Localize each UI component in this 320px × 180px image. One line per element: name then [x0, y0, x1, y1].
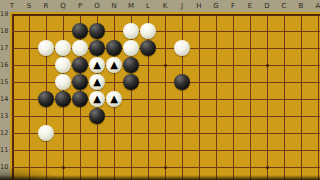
stone-white-triangle-O15[interactable]: ▲ [89, 74, 105, 90]
stone-white-P17[interactable] [72, 40, 88, 56]
star-point-K10 [164, 166, 167, 169]
stone-black-P14[interactable] [72, 91, 88, 107]
row-label-19: 19 [0, 10, 10, 18]
stone-black-M15[interactable] [123, 74, 139, 90]
triangle-mark: ▲ [93, 74, 101, 90]
grid-line-col-H [199, 14, 200, 180]
go-app-screenshot: ▲▲▲▲▲ TSRQPONMLKJHGFEDCBA 19181716151413… [0, 0, 320, 180]
stone-black-P16[interactable] [72, 57, 88, 73]
star-point-D16 [266, 64, 269, 67]
stone-white-triangle-N16[interactable]: ▲ [106, 57, 122, 73]
stone-white-L18[interactable] [140, 23, 156, 39]
column-label-O: O [94, 2, 100, 10]
grid-line-row-12 [12, 133, 320, 134]
column-label-L: L [146, 2, 150, 10]
column-label-N: N [111, 2, 116, 10]
stone-white-Q17[interactable] [55, 40, 71, 56]
stone-black-O17[interactable] [89, 40, 105, 56]
row-label-12: 12 [0, 129, 10, 137]
column-label-G: G [213, 2, 218, 10]
column-label-E: E [248, 2, 252, 10]
triangle-mark: ▲ [110, 91, 118, 107]
stone-black-N17[interactable] [106, 40, 122, 56]
stone-white-triangle-O14[interactable]: ▲ [89, 91, 105, 107]
stone-white-M18[interactable] [123, 23, 139, 39]
column-label-S: S [27, 2, 31, 10]
star-point-D10 [266, 166, 269, 169]
stone-black-O18[interactable] [89, 23, 105, 39]
row-label-11: 11 [0, 146, 10, 154]
triangle-mark: ▲ [110, 57, 118, 73]
column-label-K: K [163, 2, 168, 10]
row-label-13: 13 [0, 112, 10, 120]
column-label-R: R [44, 2, 49, 10]
stone-black-M16[interactable] [123, 57, 139, 73]
column-labels-bar: TSRQPONMLKJHGFEDCBA [0, 0, 320, 12]
stone-white-triangle-N14[interactable]: ▲ [106, 91, 122, 107]
stone-black-P18[interactable] [72, 23, 88, 39]
column-label-T: T [10, 2, 14, 10]
column-label-A: A [316, 2, 320, 10]
column-label-B: B [299, 2, 304, 10]
stone-black-O13[interactable] [89, 108, 105, 124]
grid-line-row-13 [12, 116, 320, 117]
stone-black-L17[interactable] [140, 40, 156, 56]
star-point-Q10 [62, 166, 65, 169]
grid-line-col-E [250, 14, 251, 180]
stone-white-R17[interactable] [38, 40, 54, 56]
row-label-17: 17 [0, 44, 10, 52]
stone-white-J17[interactable] [174, 40, 190, 56]
row-label-18: 18 [0, 27, 10, 35]
column-label-P: P [78, 2, 82, 10]
star-point-K16 [164, 64, 167, 67]
row-label-16: 16 [0, 61, 10, 69]
stone-white-R12[interactable] [38, 125, 54, 141]
stone-black-J15[interactable] [174, 74, 190, 90]
stone-black-R14[interactable] [38, 91, 54, 107]
grid-line-col-B [301, 14, 302, 180]
stone-black-P15[interactable] [72, 74, 88, 90]
grid-line-col-J [182, 14, 183, 180]
triangle-mark: ▲ [93, 57, 101, 73]
column-label-C: C [282, 2, 287, 10]
grid-line-col-D [267, 14, 268, 180]
row-label-15: 15 [0, 78, 10, 86]
grid-line-col-C [284, 14, 285, 180]
row-label-10: 10 [0, 163, 10, 171]
grid-line-col-G [216, 14, 217, 180]
grid-line-col-F [233, 14, 234, 180]
row-labels-bar: 19181716151413121110 [0, 12, 10, 180]
column-label-Q: Q [60, 2, 66, 10]
grid-line-row-11 [12, 150, 320, 151]
grid-line-col-T [12, 14, 14, 180]
triangle-mark: ▲ [93, 91, 101, 107]
go-board-background [0, 0, 320, 180]
column-label-D: D [264, 2, 269, 10]
stone-white-M17[interactable] [123, 40, 139, 56]
row-label-14: 14 [0, 95, 10, 103]
stone-white-triangle-O16[interactable]: ▲ [89, 57, 105, 73]
stone-white-Q15[interactable] [55, 74, 71, 90]
column-label-H: H [196, 2, 201, 10]
stone-white-Q16[interactable] [55, 57, 71, 73]
column-label-F: F [231, 2, 235, 10]
grid-line-col-A [318, 14, 319, 180]
grid-line-col-S [29, 14, 30, 180]
stone-black-Q14[interactable] [55, 91, 71, 107]
grid-line-col-K [165, 14, 166, 180]
column-label-J: J [181, 2, 183, 10]
grid-line-row-18 [12, 31, 320, 32]
column-label-M: M [128, 2, 134, 10]
grid-line-row-19 [12, 14, 320, 16]
